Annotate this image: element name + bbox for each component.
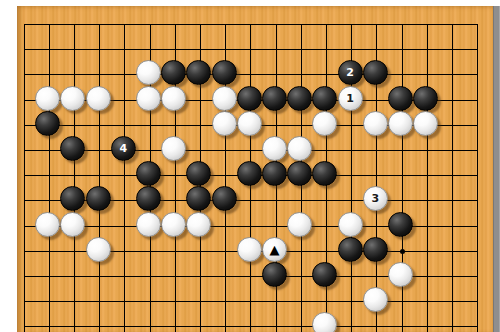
move-number-label: 3: [364, 187, 387, 210]
stone-black[interactable]: [136, 161, 161, 186]
stone-black[interactable]: [186, 161, 211, 186]
stone-black[interactable]: 4: [111, 136, 136, 161]
move-number-label: 2: [339, 61, 362, 84]
stone-white[interactable]: [287, 212, 312, 237]
stone-white[interactable]: [86, 86, 111, 111]
stone-white[interactable]: [237, 237, 262, 262]
stone-white[interactable]: [161, 86, 186, 111]
grid-line-horizontal: [24, 24, 479, 25]
stone-white[interactable]: [338, 212, 363, 237]
stone-white[interactable]: [388, 111, 413, 136]
grid-line-horizontal: [24, 301, 479, 302]
stone-white[interactable]: 1: [338, 86, 363, 111]
grid-line-vertical: [452, 24, 453, 332]
stone-black[interactable]: [60, 186, 85, 211]
stone-white[interactable]: [212, 86, 237, 111]
stone-black[interactable]: [186, 60, 211, 85]
stone-white[interactable]: [136, 86, 161, 111]
grid-line-horizontal: [24, 49, 479, 50]
stone-black[interactable]: [363, 237, 388, 262]
stone-black[interactable]: [338, 237, 363, 262]
stone-black[interactable]: [262, 161, 287, 186]
stone-black[interactable]: [312, 86, 337, 111]
stone-white[interactable]: [35, 212, 60, 237]
stone-white[interactable]: [60, 212, 85, 237]
stone-white[interactable]: [237, 111, 262, 136]
stone-white[interactable]: [136, 212, 161, 237]
stone-black[interactable]: [86, 186, 111, 211]
stone-white[interactable]: [161, 212, 186, 237]
grid-line-horizontal: [24, 326, 479, 327]
stone-black[interactable]: [212, 186, 237, 211]
stone-white[interactable]: [35, 86, 60, 111]
hoshi-point: [400, 249, 405, 254]
stone-black[interactable]: [287, 86, 312, 111]
stone-white[interactable]: [363, 287, 388, 312]
grid-line-vertical: [124, 24, 125, 332]
stone-white[interactable]: [262, 136, 287, 161]
stone-black[interactable]: 2: [338, 60, 363, 85]
stone-white[interactable]: [86, 237, 111, 262]
stone-black[interactable]: [212, 60, 237, 85]
grid-line-vertical: [477, 24, 478, 332]
grid-line-vertical: [427, 24, 428, 332]
grid-line-vertical: [49, 24, 50, 332]
stone-black[interactable]: [136, 186, 161, 211]
stone-black[interactable]: [35, 111, 60, 136]
stone-black[interactable]: [388, 212, 413, 237]
triangle-marker: ▲: [263, 238, 286, 261]
stone-black[interactable]: [161, 60, 186, 85]
window-edge-strip: [493, 6, 500, 332]
stone-white[interactable]: [363, 111, 388, 136]
grid-line-horizontal: [24, 150, 479, 151]
stone-black[interactable]: [312, 161, 337, 186]
stone-white[interactable]: [60, 86, 85, 111]
stone-white[interactable]: [312, 111, 337, 136]
stone-black[interactable]: [60, 136, 85, 161]
stone-white[interactable]: [161, 136, 186, 161]
grid-line-vertical: [99, 24, 100, 332]
stone-white[interactable]: [186, 212, 211, 237]
stone-black[interactable]: [237, 161, 262, 186]
stone-white[interactable]: [413, 111, 438, 136]
stone-white[interactable]: ▲: [262, 237, 287, 262]
stone-white[interactable]: [312, 312, 337, 332]
stone-black[interactable]: [312, 262, 337, 287]
go-app-screenshot: 2143▲: [0, 0, 500, 332]
move-number-label: 4: [112, 137, 135, 160]
stone-white[interactable]: [287, 136, 312, 161]
grid-line-horizontal: [24, 74, 479, 75]
stone-black[interactable]: [237, 86, 262, 111]
stone-white[interactable]: [388, 262, 413, 287]
stone-black[interactable]: [388, 86, 413, 111]
stone-black[interactable]: [186, 186, 211, 211]
grid-line-vertical: [24, 24, 25, 332]
stone-black[interactable]: [262, 262, 287, 287]
move-number-label: 1: [339, 87, 362, 110]
stone-white[interactable]: 3: [363, 186, 388, 211]
stone-black[interactable]: [287, 161, 312, 186]
stone-black[interactable]: [262, 86, 287, 111]
stone-white[interactable]: [212, 111, 237, 136]
stone-black[interactable]: [413, 86, 438, 111]
stone-black[interactable]: [363, 60, 388, 85]
go-board[interactable]: 2143▲: [17, 6, 493, 332]
triangle-icon: ▲: [270, 242, 280, 255]
stone-white[interactable]: [136, 60, 161, 85]
grid-line-vertical: [74, 24, 75, 332]
